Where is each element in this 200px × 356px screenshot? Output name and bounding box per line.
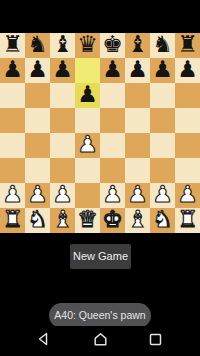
piece-black-pawn: ♟ bbox=[127, 58, 148, 81]
piece-white-rook: ♜ bbox=[177, 208, 198, 231]
piece-black-pawn: ♟ bbox=[177, 58, 198, 81]
square-e2[interactable]: ♟ bbox=[100, 183, 125, 208]
piece-black-queen: ♛ bbox=[77, 33, 98, 56]
square-a6[interactable] bbox=[0, 83, 25, 108]
square-b5[interactable] bbox=[25, 108, 50, 133]
square-d3[interactable] bbox=[75, 158, 100, 183]
piece-white-pawn: ♟ bbox=[77, 133, 98, 156]
square-f5[interactable] bbox=[125, 108, 150, 133]
piece-black-knight: ♞ bbox=[27, 33, 48, 56]
square-f8[interactable]: ♝ bbox=[125, 33, 150, 58]
square-e5[interactable] bbox=[100, 108, 125, 133]
square-d1[interactable]: ♛ bbox=[75, 208, 100, 233]
new-game-button[interactable]: New Game bbox=[70, 244, 131, 269]
square-c4[interactable] bbox=[50, 133, 75, 158]
square-a5[interactable] bbox=[0, 108, 25, 133]
square-d5[interactable] bbox=[75, 108, 100, 133]
square-c2[interactable]: ♟ bbox=[50, 183, 75, 208]
square-c1[interactable]: ♝ bbox=[50, 208, 75, 233]
square-b3[interactable] bbox=[25, 158, 50, 183]
nav-back-button[interactable] bbox=[33, 329, 53, 349]
piece-black-pawn: ♟ bbox=[52, 58, 73, 81]
recents-icon bbox=[149, 333, 162, 346]
square-a3[interactable] bbox=[0, 158, 25, 183]
square-f4[interactable] bbox=[125, 133, 150, 158]
square-g1[interactable]: ♞ bbox=[150, 208, 175, 233]
piece-black-rook: ♜ bbox=[2, 33, 23, 56]
piece-black-king: ♚ bbox=[102, 33, 123, 56]
piece-white-pawn: ♟ bbox=[177, 183, 198, 206]
piece-white-rook: ♜ bbox=[2, 208, 23, 231]
square-f3[interactable] bbox=[125, 158, 150, 183]
piece-white-knight: ♞ bbox=[152, 208, 173, 231]
square-f6[interactable] bbox=[125, 83, 150, 108]
square-a1[interactable]: ♜ bbox=[0, 208, 25, 233]
nav-home-button[interactable] bbox=[90, 329, 110, 349]
square-h3[interactable] bbox=[175, 158, 200, 183]
square-c7[interactable]: ♟ bbox=[50, 58, 75, 83]
square-g4[interactable] bbox=[150, 133, 175, 158]
piece-white-pawn: ♟ bbox=[152, 183, 173, 206]
square-a8[interactable]: ♜ bbox=[0, 33, 25, 58]
square-h5[interactable] bbox=[175, 108, 200, 133]
square-g2[interactable]: ♟ bbox=[150, 183, 175, 208]
square-f7[interactable]: ♟ bbox=[125, 58, 150, 83]
piece-white-pawn: ♟ bbox=[2, 183, 23, 206]
piece-white-pawn: ♟ bbox=[127, 183, 148, 206]
square-g7[interactable]: ♟ bbox=[150, 58, 175, 83]
square-b4[interactable] bbox=[25, 133, 50, 158]
back-icon bbox=[36, 332, 50, 346]
android-navbar bbox=[0, 326, 200, 356]
piece-black-pawn: ♟ bbox=[152, 58, 173, 81]
square-d4[interactable]: ♟ bbox=[75, 133, 100, 158]
piece-white-king: ♚ bbox=[102, 208, 123, 231]
piece-black-pawn: ♟ bbox=[27, 58, 48, 81]
piece-white-bishop: ♝ bbox=[127, 208, 148, 231]
square-d2[interactable] bbox=[75, 183, 100, 208]
square-c3[interactable] bbox=[50, 158, 75, 183]
square-b7[interactable]: ♟ bbox=[25, 58, 50, 83]
square-c8[interactable]: ♝ bbox=[50, 33, 75, 58]
square-g3[interactable] bbox=[150, 158, 175, 183]
chess-board: ♜♞♝♛♚♝♞♜♟♟♟♟♟♟♟♟♟♟♟♟♟♟♟♟♜♞♝♛♚♝♞♜ bbox=[0, 33, 200, 233]
piece-white-queen: ♛ bbox=[77, 208, 98, 231]
square-c6[interactable] bbox=[50, 83, 75, 108]
square-h4[interactable] bbox=[175, 133, 200, 158]
square-a7[interactable]: ♟ bbox=[0, 58, 25, 83]
square-d6[interactable]: ♟ bbox=[75, 83, 100, 108]
square-e3[interactable] bbox=[100, 158, 125, 183]
square-g6[interactable] bbox=[150, 83, 175, 108]
square-e6[interactable] bbox=[100, 83, 125, 108]
nav-recents-button[interactable] bbox=[145, 329, 165, 349]
square-b2[interactable]: ♟ bbox=[25, 183, 50, 208]
square-c5[interactable] bbox=[50, 108, 75, 133]
square-b1[interactable]: ♞ bbox=[25, 208, 50, 233]
square-d7[interactable] bbox=[75, 58, 100, 83]
piece-black-pawn: ♟ bbox=[2, 58, 23, 81]
square-e1[interactable]: ♚ bbox=[100, 208, 125, 233]
piece-black-knight: ♞ bbox=[152, 33, 173, 56]
piece-white-bishop: ♝ bbox=[52, 208, 73, 231]
square-b6[interactable] bbox=[25, 83, 50, 108]
opening-toast: A40: Queen's pawn bbox=[49, 303, 151, 328]
square-h6[interactable] bbox=[175, 83, 200, 108]
piece-white-pawn: ♟ bbox=[102, 183, 123, 206]
square-g8[interactable]: ♞ bbox=[150, 33, 175, 58]
square-e7[interactable]: ♟ bbox=[100, 58, 125, 83]
square-d8[interactable]: ♛ bbox=[75, 33, 100, 58]
square-g5[interactable] bbox=[150, 108, 175, 133]
piece-black-bishop: ♝ bbox=[52, 33, 73, 56]
square-h7[interactable]: ♟ bbox=[175, 58, 200, 83]
home-icon bbox=[93, 332, 108, 347]
square-b8[interactable]: ♞ bbox=[25, 33, 50, 58]
square-f1[interactable]: ♝ bbox=[125, 208, 150, 233]
square-f2[interactable]: ♟ bbox=[125, 183, 150, 208]
piece-black-pawn: ♟ bbox=[77, 83, 98, 106]
piece-black-bishop: ♝ bbox=[127, 33, 148, 56]
piece-black-pawn: ♟ bbox=[102, 58, 123, 81]
piece-white-knight: ♞ bbox=[27, 208, 48, 231]
square-e8[interactable]: ♚ bbox=[100, 33, 125, 58]
square-h8[interactable]: ♜ bbox=[175, 33, 200, 58]
square-h2[interactable]: ♟ bbox=[175, 183, 200, 208]
square-a2[interactable]: ♟ bbox=[0, 183, 25, 208]
square-a4[interactable] bbox=[0, 133, 25, 158]
piece-white-pawn: ♟ bbox=[27, 183, 48, 206]
piece-white-pawn: ♟ bbox=[52, 183, 73, 206]
piece-black-rook: ♜ bbox=[177, 33, 198, 56]
square-h1[interactable]: ♜ bbox=[175, 208, 200, 233]
square-e4[interactable] bbox=[100, 133, 125, 158]
